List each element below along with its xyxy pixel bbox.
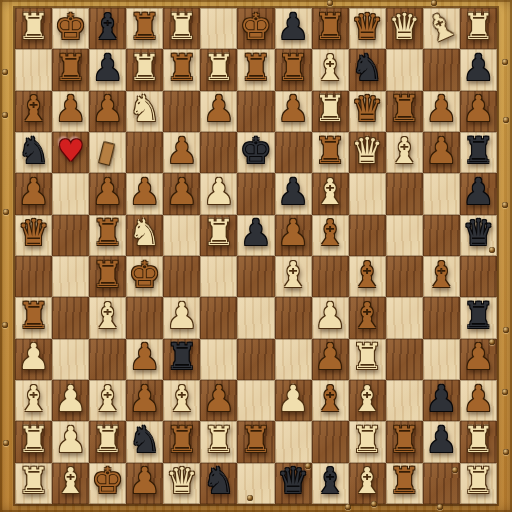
- square-r2c6[interactable]: ♜: [200, 49, 237, 90]
- square-r2c5[interactable]: ♜: [163, 49, 200, 90]
- square-r8c9[interactable]: ♟: [312, 297, 349, 338]
- square-r6c12[interactable]: [423, 215, 460, 256]
- screw-dot: [452, 467, 458, 473]
- square-r3c9[interactable]: ♜: [312, 91, 349, 132]
- square-r5c10[interactable]: [349, 173, 386, 214]
- square-r4c2[interactable]: ♥: [52, 132, 89, 173]
- piece-brown-rook[interactable]: ♜: [388, 463, 420, 499]
- square-r1c6[interactable]: [200, 8, 237, 49]
- square-r6c2[interactable]: [52, 215, 89, 256]
- piece-black-bishop[interactable]: ♝: [92, 9, 124, 45]
- square-r6c6[interactable]: ♜: [200, 215, 237, 256]
- square-r4c10[interactable]: ♛: [349, 132, 386, 173]
- piece-brown-rook[interactable]: ♜: [17, 298, 49, 334]
- square-r2c10[interactable]: ♞: [349, 49, 386, 90]
- square-r2c12[interactable]: [423, 49, 460, 90]
- square-r8c12[interactable]: [423, 297, 460, 338]
- piece-cream-bishop[interactable]: ♝: [92, 381, 124, 417]
- piece-brown-pawn[interactable]: ♟: [314, 339, 346, 375]
- screw-dot: [502, 202, 508, 208]
- piece-brown-king[interactable]: ♚: [129, 257, 161, 293]
- square-r5c4[interactable]: ♟: [126, 173, 163, 214]
- square-r6c11[interactable]: [386, 215, 423, 256]
- square-r9c6[interactable]: [200, 339, 237, 380]
- piece-cream-rook[interactable]: ♜: [314, 91, 346, 127]
- square-r12c11[interactable]: ♜: [386, 463, 423, 504]
- square-r8c2[interactable]: [52, 297, 89, 338]
- square-r9c9[interactable]: ♟: [312, 339, 349, 380]
- piece-brown-pawn[interactable]: ♟: [166, 133, 198, 169]
- square-r1c8[interactable]: ♟: [275, 8, 312, 49]
- piece-brown-rook[interactable]: ♜: [240, 50, 272, 86]
- piece-brown-rook[interactable]: ♜: [388, 422, 420, 458]
- piece-cream-rook[interactable]: ♜: [166, 9, 198, 45]
- piece-cream-pawn[interactable]: ♟: [17, 339, 49, 375]
- square-r2c11[interactable]: [386, 49, 423, 90]
- screw-dot: [345, 504, 351, 510]
- fallen-cylinder-piece[interactable]: ▮: [97, 137, 118, 167]
- square-r12c7[interactable]: [237, 463, 274, 504]
- piece-brown-rook[interactable]: ♜: [388, 91, 420, 127]
- square-r8c3[interactable]: ♝: [89, 297, 126, 338]
- piece-brown-pawn[interactable]: ♟: [92, 91, 124, 127]
- square-r10c5[interactable]: ♝: [163, 380, 200, 421]
- piece-black-rook[interactable]: ♜: [462, 298, 494, 334]
- screw-dot: [3, 440, 9, 446]
- square-r7c1[interactable]: [15, 256, 52, 297]
- screw-dot: [489, 247, 495, 253]
- square-r4c5[interactable]: ♟: [163, 132, 200, 173]
- piece-cream-rook[interactable]: ♜: [203, 50, 235, 86]
- piece-black-knight[interactable]: ♞: [17, 133, 49, 169]
- piece-black-pawn[interactable]: ♟: [462, 50, 494, 86]
- piece-brown-king[interactable]: ♚: [92, 463, 124, 499]
- piece-brown-pawn[interactable]: ♟: [166, 174, 198, 210]
- square-r3c11[interactable]: ♜: [386, 91, 423, 132]
- piece-cream-rook[interactable]: ♜: [203, 215, 235, 251]
- square-r6c1[interactable]: ♛: [15, 215, 52, 256]
- piece-cream-pawn[interactable]: ♟: [314, 298, 346, 334]
- square-r1c2[interactable]: ♚: [52, 8, 89, 49]
- piece-brown-bishop[interactable]: ♝: [351, 298, 383, 334]
- square-r5c2[interactable]: [52, 173, 89, 214]
- square-r7c3[interactable]: ♜: [89, 256, 126, 297]
- square-r2c9[interactable]: ♝: [312, 49, 349, 90]
- square-r9c1[interactable]: ♟: [15, 339, 52, 380]
- piece-brown-rook[interactable]: ♜: [166, 422, 198, 458]
- square-r8c6[interactable]: [200, 297, 237, 338]
- square-r5c13[interactable]: ♟: [460, 173, 497, 214]
- piece-brown-pawn[interactable]: ♟: [277, 91, 309, 127]
- piece-cream-rook[interactable]: ♜: [17, 422, 49, 458]
- square-r6c8[interactable]: ♟: [275, 215, 312, 256]
- square-r3c1[interactable]: ♝: [15, 91, 52, 132]
- piece-brown-pawn[interactable]: ♟: [54, 91, 86, 127]
- piece-brown-pawn[interactable]: ♟: [129, 381, 161, 417]
- square-r3c12[interactable]: ♟: [423, 91, 460, 132]
- square-r11c8[interactable]: [275, 421, 312, 462]
- square-r10c9[interactable]: ♝: [312, 380, 349, 421]
- square-r11c1[interactable]: ♜: [15, 421, 52, 462]
- piece-cream-pawn[interactable]: ♟: [54, 422, 86, 458]
- screw-dot: [3, 209, 9, 215]
- screw-dot: [2, 112, 8, 118]
- piece-cream-pawn[interactable]: ♟: [203, 174, 235, 210]
- square-r10c10[interactable]: ♝: [349, 380, 386, 421]
- square-r3c6[interactable]: ♟: [200, 91, 237, 132]
- square-r3c4[interactable]: ♞: [126, 91, 163, 132]
- square-r7c10[interactable]: ♝: [349, 256, 386, 297]
- piece-brown-pawn[interactable]: ♟: [277, 215, 309, 251]
- square-r10c7[interactable]: [237, 380, 274, 421]
- piece-cream-pawn[interactable]: ♟: [54, 381, 86, 417]
- piece-brown-pawn[interactable]: ♟: [129, 463, 161, 499]
- square-r5c12[interactable]: [423, 173, 460, 214]
- square-r12c5[interactable]: ♛: [163, 463, 200, 504]
- piece-brown-pawn[interactable]: ♟: [203, 381, 235, 417]
- square-r11c5[interactable]: ♜: [163, 421, 200, 462]
- square-r7c8[interactable]: ♝: [275, 256, 312, 297]
- piece-black-pawn[interactable]: ♟: [462, 174, 494, 210]
- piece-cream-rook[interactable]: ♜: [351, 422, 383, 458]
- square-r3c3[interactable]: ♟: [89, 91, 126, 132]
- piece-cream-pawn[interactable]: ♟: [166, 298, 198, 334]
- piece-cream-bishop[interactable]: ♝: [17, 381, 49, 417]
- square-r9c10[interactable]: ♜: [349, 339, 386, 380]
- square-r5c5[interactable]: ♟: [163, 173, 200, 214]
- square-r10c6[interactable]: ♟: [200, 380, 237, 421]
- square-r12c10[interactable]: ♝: [349, 463, 386, 504]
- screenshot-stage: ♜♚♝♜♜♚♟♜♛♛♝♜♜♟♜♜♜♜♜♝♞♟♝♟♟♞♟♟♜♛♜♟♟♞♥▮♟♚♜♛…: [0, 0, 512, 512]
- piece-black-queen[interactable]: ♛: [277, 463, 309, 499]
- piece-cream-rook[interactable]: ♜: [92, 422, 124, 458]
- piece-cream-bishop[interactable]: ♝: [351, 381, 383, 417]
- square-r12c6[interactable]: ♞: [200, 463, 237, 504]
- square-r3c7[interactable]: [237, 91, 274, 132]
- piece-cream-rook[interactable]: ♜: [462, 9, 494, 45]
- piece-cream-rook[interactable]: ♜: [203, 422, 235, 458]
- piece-brown-pawn[interactable]: ♟: [462, 91, 494, 127]
- square-r3c2[interactable]: ♟: [52, 91, 89, 132]
- square-r4c3[interactable]: ▮: [89, 132, 126, 173]
- square-r11c10[interactable]: ♜: [349, 421, 386, 462]
- square-r10c2[interactable]: ♟: [52, 380, 89, 421]
- piece-cream-queen[interactable]: ♛: [388, 9, 420, 45]
- square-r4c11[interactable]: ♝: [386, 132, 423, 173]
- piece-brown-queen[interactable]: ♛: [351, 91, 383, 127]
- square-r6c7[interactable]: ♟: [237, 215, 274, 256]
- piece-cream-queen[interactable]: ♛: [351, 133, 383, 169]
- square-r7c5[interactable]: [163, 256, 200, 297]
- piece-cream-rook[interactable]: ♜: [129, 50, 161, 86]
- square-r12c3[interactable]: ♚: [89, 463, 126, 504]
- square-r9c7[interactable]: [237, 339, 274, 380]
- piece-black-pawn[interactable]: ♟: [425, 422, 457, 458]
- piece-cream-bishop[interactable]: ♝: [277, 257, 309, 293]
- square-r9c4[interactable]: ♟: [126, 339, 163, 380]
- screw-dot: [489, 339, 495, 345]
- piece-cream-bishop[interactable]: ♝: [314, 174, 346, 210]
- square-r5c3[interactable]: ♟: [89, 173, 126, 214]
- piece-brown-rook[interactable]: ♜: [277, 50, 309, 86]
- square-r5c8[interactable]: ♟: [275, 173, 312, 214]
- square-r9c5[interactable]: ♜: [163, 339, 200, 380]
- square-r7c9[interactable]: [312, 256, 349, 297]
- piece-brown-pawn[interactable]: ♟: [203, 91, 235, 127]
- piece-cream-rook[interactable]: ♜: [17, 463, 49, 499]
- square-r1c1[interactable]: ♜: [15, 8, 52, 49]
- square-r2c4[interactable]: ♜: [126, 49, 163, 90]
- piece-black-queen[interactable]: ♛: [462, 215, 494, 251]
- square-r4c4[interactable]: [126, 132, 163, 173]
- screw-dot: [327, 0, 333, 6]
- square-r8c7[interactable]: [237, 297, 274, 338]
- piece-cream-knight[interactable]: ♞: [129, 215, 161, 251]
- square-r11c13[interactable]: ♜: [460, 421, 497, 462]
- piece-brown-rook[interactable]: ♜: [92, 215, 124, 251]
- square-r11c2[interactable]: ♟: [52, 421, 89, 462]
- piece-brown-pawn[interactable]: ♟: [425, 133, 457, 169]
- square-r5c1[interactable]: ♟: [15, 173, 52, 214]
- piece-brown-pawn[interactable]: ♟: [17, 174, 49, 210]
- piece-brown-rook[interactable]: ♜: [92, 257, 124, 293]
- square-r10c13[interactable]: ♟: [460, 380, 497, 421]
- screw-dot: [431, 0, 437, 6]
- square-r12c1[interactable]: ♜: [15, 463, 52, 504]
- square-r7c7[interactable]: [237, 256, 274, 297]
- piece-brown-king[interactable]: ♚: [240, 9, 272, 45]
- square-r7c2[interactable]: [52, 256, 89, 297]
- square-r10c1[interactable]: ♝: [15, 380, 52, 421]
- square-r1c12[interactable]: ♝: [423, 8, 460, 49]
- piece-cream-rook[interactable]: ♜: [462, 422, 494, 458]
- piece-cream-bishop[interactable]: ♝: [314, 50, 346, 86]
- piece-black-pawn[interactable]: ♟: [277, 174, 309, 210]
- screw-dot: [502, 59, 508, 65]
- piece-cream-knight[interactable]: ♞: [129, 91, 161, 127]
- piece-black-pawn[interactable]: ♟: [92, 50, 124, 86]
- piece-cream-queen[interactable]: ♛: [166, 463, 198, 499]
- square-r6c9[interactable]: ♝: [312, 215, 349, 256]
- piece-brown-rook[interactable]: ♜: [240, 422, 272, 458]
- screw-dot: [503, 117, 509, 123]
- square-r4c8[interactable]: [275, 132, 312, 173]
- piece-brown-rook[interactable]: ♜: [314, 9, 346, 45]
- piece-black-king[interactable]: ♚: [240, 133, 272, 169]
- square-r8c11[interactable]: [386, 297, 423, 338]
- piece-black-pawn[interactable]: ♟: [240, 215, 272, 251]
- square-r11c3[interactable]: ♜: [89, 421, 126, 462]
- square-r11c7[interactable]: ♜: [237, 421, 274, 462]
- square-r12c9[interactable]: ♝: [312, 463, 349, 504]
- screw-dot: [247, 495, 253, 501]
- square-r11c12[interactable]: ♟: [423, 421, 460, 462]
- square-r2c2[interactable]: ♜: [52, 49, 89, 90]
- piece-brown-pawn[interactable]: ♟: [462, 381, 494, 417]
- piece-brown-queen[interactable]: ♛: [351, 9, 383, 45]
- square-r8c13[interactable]: ♜: [460, 297, 497, 338]
- piece-cream-bishop[interactable]: ♝: [419, 4, 463, 50]
- piece-cream-bishop[interactable]: ♝: [92, 298, 124, 334]
- piece-black-bishop[interactable]: ♝: [314, 463, 346, 499]
- square-r4c13[interactable]: ♜: [460, 132, 497, 173]
- heart-marker[interactable]: ♥: [57, 136, 84, 166]
- square-r8c1[interactable]: ♜: [15, 297, 52, 338]
- square-r10c8[interactable]: ♟: [275, 380, 312, 421]
- piece-brown-bishop[interactable]: ♝: [314, 215, 346, 251]
- piece-brown-bishop[interactable]: ♝: [314, 381, 346, 417]
- square-r6c10[interactable]: [349, 215, 386, 256]
- square-r6c5[interactable]: [163, 215, 200, 256]
- square-r10c4[interactable]: ♟: [126, 380, 163, 421]
- square-r12c4[interactable]: ♟: [126, 463, 163, 504]
- square-r12c13[interactable]: ♜: [460, 463, 497, 504]
- piece-cream-rook[interactable]: ♜: [351, 339, 383, 375]
- square-r7c13[interactable]: [460, 256, 497, 297]
- screw-dot: [437, 504, 443, 510]
- square-r11c11[interactable]: ♜: [386, 421, 423, 462]
- square-r8c8[interactable]: [275, 297, 312, 338]
- square-r9c11[interactable]: [386, 339, 423, 380]
- square-r9c8[interactable]: [275, 339, 312, 380]
- square-r1c9[interactable]: ♜: [312, 8, 349, 49]
- square-r5c9[interactable]: ♝: [312, 173, 349, 214]
- piece-black-knight[interactable]: ♞: [351, 50, 383, 86]
- square-r9c12[interactable]: [423, 339, 460, 380]
- piece-brown-bishop[interactable]: ♝: [351, 257, 383, 293]
- square-r12c2[interactable]: ♝: [52, 463, 89, 504]
- piece-cream-rook[interactable]: ♜: [462, 463, 494, 499]
- piece-black-knight[interactable]: ♞: [203, 463, 235, 499]
- chess-board: ♜♚♝♜♜♚♟♜♛♛♝♜♜♟♜♜♜♜♜♝♞♟♝♟♟♞♟♟♜♛♜♟♟♞♥▮♟♚♜♛…: [15, 8, 497, 504]
- square-r5c6[interactable]: ♟: [200, 173, 237, 214]
- square-r1c10[interactable]: ♛: [349, 8, 386, 49]
- screw-dot: [503, 449, 509, 455]
- piece-black-knight[interactable]: ♞: [129, 422, 161, 458]
- piece-brown-queen[interactable]: ♛: [17, 215, 49, 251]
- square-r2c3[interactable]: ♟: [89, 49, 126, 90]
- square-r4c7[interactable]: ♚: [237, 132, 274, 173]
- square-r6c3[interactable]: ♜: [89, 215, 126, 256]
- square-r3c13[interactable]: ♟: [460, 91, 497, 132]
- square-r10c11[interactable]: [386, 380, 423, 421]
- square-r10c3[interactable]: ♝: [89, 380, 126, 421]
- piece-cream-bishop[interactable]: ♝: [166, 381, 198, 417]
- square-r2c13[interactable]: ♟: [460, 49, 497, 90]
- square-r11c4[interactable]: ♞: [126, 421, 163, 462]
- piece-black-rook[interactable]: ♜: [462, 133, 494, 169]
- piece-cream-bishop[interactable]: ♝: [54, 463, 86, 499]
- square-r1c5[interactable]: ♜: [163, 8, 200, 49]
- square-r11c6[interactable]: ♜: [200, 421, 237, 462]
- square-r6c4[interactable]: ♞: [126, 215, 163, 256]
- square-r4c1[interactable]: ♞: [15, 132, 52, 173]
- piece-cream-bishop[interactable]: ♝: [351, 463, 383, 499]
- screw-dot: [503, 327, 509, 333]
- square-r7c12[interactable]: ♝: [423, 256, 460, 297]
- screw-dot: [502, 389, 508, 395]
- square-r3c8[interactable]: ♟: [275, 91, 312, 132]
- square-r11c9[interactable]: [312, 421, 349, 462]
- piece-cream-bishop[interactable]: ♝: [388, 133, 420, 169]
- piece-brown-king[interactable]: ♚: [54, 9, 86, 45]
- square-r1c3[interactable]: ♝: [89, 8, 126, 49]
- piece-brown-rook[interactable]: ♜: [54, 50, 86, 86]
- piece-brown-rook[interactable]: ♜: [314, 133, 346, 169]
- square-r5c7[interactable]: [237, 173, 274, 214]
- square-r2c7[interactable]: ♜: [237, 49, 274, 90]
- square-r4c9[interactable]: ♜: [312, 132, 349, 173]
- square-r9c3[interactable]: [89, 339, 126, 380]
- piece-black-rook[interactable]: ♜: [166, 339, 198, 375]
- square-r5c11[interactable]: [386, 173, 423, 214]
- square-r1c4[interactable]: ♜: [126, 8, 163, 49]
- square-r3c5[interactable]: [163, 91, 200, 132]
- piece-black-pawn[interactable]: ♟: [425, 381, 457, 417]
- square-r2c1[interactable]: [15, 49, 52, 90]
- square-r7c6[interactable]: [200, 256, 237, 297]
- square-r9c2[interactable]: [52, 339, 89, 380]
- square-r1c7[interactable]: ♚: [237, 8, 274, 49]
- piece-black-pawn[interactable]: ♟: [277, 9, 309, 45]
- piece-cream-pawn[interactable]: ♟: [277, 381, 309, 417]
- square-r8c10[interactable]: ♝: [349, 297, 386, 338]
- piece-brown-pawn[interactable]: ♟: [92, 174, 124, 210]
- screw-dot: [2, 69, 8, 75]
- square-r8c5[interactable]: ♟: [163, 297, 200, 338]
- square-r8c4[interactable]: [126, 297, 163, 338]
- piece-brown-rook[interactable]: ♜: [129, 9, 161, 45]
- piece-brown-bishop[interactable]: ♝: [17, 91, 49, 127]
- square-r3c10[interactable]: ♛: [349, 91, 386, 132]
- screw-dot: [371, 501, 377, 507]
- square-r2c8[interactable]: ♜: [275, 49, 312, 90]
- square-r1c13[interactable]: ♜: [460, 8, 497, 49]
- square-r7c4[interactable]: ♚: [126, 256, 163, 297]
- piece-cream-rook[interactable]: ♜: [17, 9, 49, 45]
- square-r7c11[interactable]: [386, 256, 423, 297]
- piece-brown-pawn[interactable]: ♟: [425, 91, 457, 127]
- piece-brown-pawn[interactable]: ♟: [129, 174, 161, 210]
- piece-brown-bishop[interactable]: ♝: [425, 257, 457, 293]
- square-r4c6[interactable]: [200, 132, 237, 173]
- square-r10c12[interactable]: ♟: [423, 380, 460, 421]
- screw-dot: [2, 322, 8, 328]
- piece-brown-rook[interactable]: ♜: [166, 50, 198, 86]
- piece-brown-pawn[interactable]: ♟: [129, 339, 161, 375]
- square-r4c12[interactable]: ♟: [423, 132, 460, 173]
- screw-dot: [305, 463, 311, 469]
